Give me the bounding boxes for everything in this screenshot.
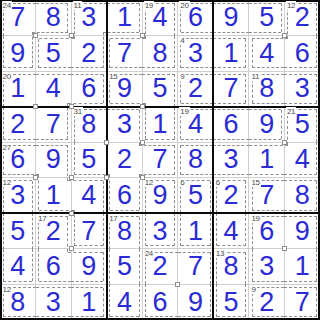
cage-sum-label: 9	[250, 285, 256, 294]
cage-sum-label: 11	[73, 1, 83, 10]
cage-sum-label: 12	[144, 178, 154, 187]
cage-junction-marker	[69, 175, 74, 180]
cage-sum-label: 15	[108, 72, 118, 81]
cage-sum-label: 6	[179, 178, 185, 187]
cage-junction-marker	[282, 33, 287, 38]
cage-sum-label: 13	[215, 249, 225, 258]
cage-junction-marker	[140, 140, 145, 145]
cage-junction-marker	[175, 282, 180, 287]
cage-junction-marker	[69, 246, 74, 251]
cage-junction-marker	[69, 211, 74, 216]
cage-sum-label: 24	[2, 1, 12, 10]
cage-sum-label: 12	[2, 285, 12, 294]
cage-sum-label: 9	[179, 72, 185, 81]
cage-sum-label: 31	[73, 107, 83, 116]
cage-junction-marker	[104, 140, 109, 145]
cage-junction-marker	[140, 175, 145, 180]
cage-sum-label: 24	[144, 249, 154, 258]
cage-sum-label: 20	[2, 72, 12, 81]
cage-junction-marker	[282, 246, 287, 251]
cage-junction-marker	[33, 104, 38, 109]
cage-junction-marker	[140, 104, 145, 109]
cage-junction-marker	[33, 175, 38, 180]
cage-junction-marker	[282, 140, 287, 145]
cage-sum-label: 27	[2, 143, 12, 152]
cage-sum-label: 17	[37, 214, 47, 223]
cage-sum-label: 21	[286, 107, 296, 116]
cage-sum-label: 19	[179, 107, 189, 116]
cage-junction-marker	[69, 33, 74, 38]
cage-junction-marker	[69, 104, 74, 109]
cage-sum-label: 11	[250, 72, 260, 81]
cage-sum-label: 19	[250, 214, 260, 223]
board-outer-border	[0, 0, 320, 320]
killer-sudoku-board: 7831469529527831461469527832783146956952…	[0, 0, 320, 320]
cage-sum-label: 12	[286, 1, 296, 10]
cage-sum-label: 15	[250, 178, 260, 187]
cage-sum-label: 20	[179, 1, 189, 10]
cage-sum-label: 4	[179, 36, 185, 45]
cage-junction-marker	[140, 33, 145, 38]
cage-sum-label: 6	[215, 178, 221, 187]
cage-sum-label: 19	[144, 1, 154, 10]
cage-sum-label: 17	[108, 214, 118, 223]
cage-junction-marker	[33, 33, 38, 38]
cage-sum-label: 12	[2, 178, 12, 187]
cage-junction-marker	[104, 175, 109, 180]
